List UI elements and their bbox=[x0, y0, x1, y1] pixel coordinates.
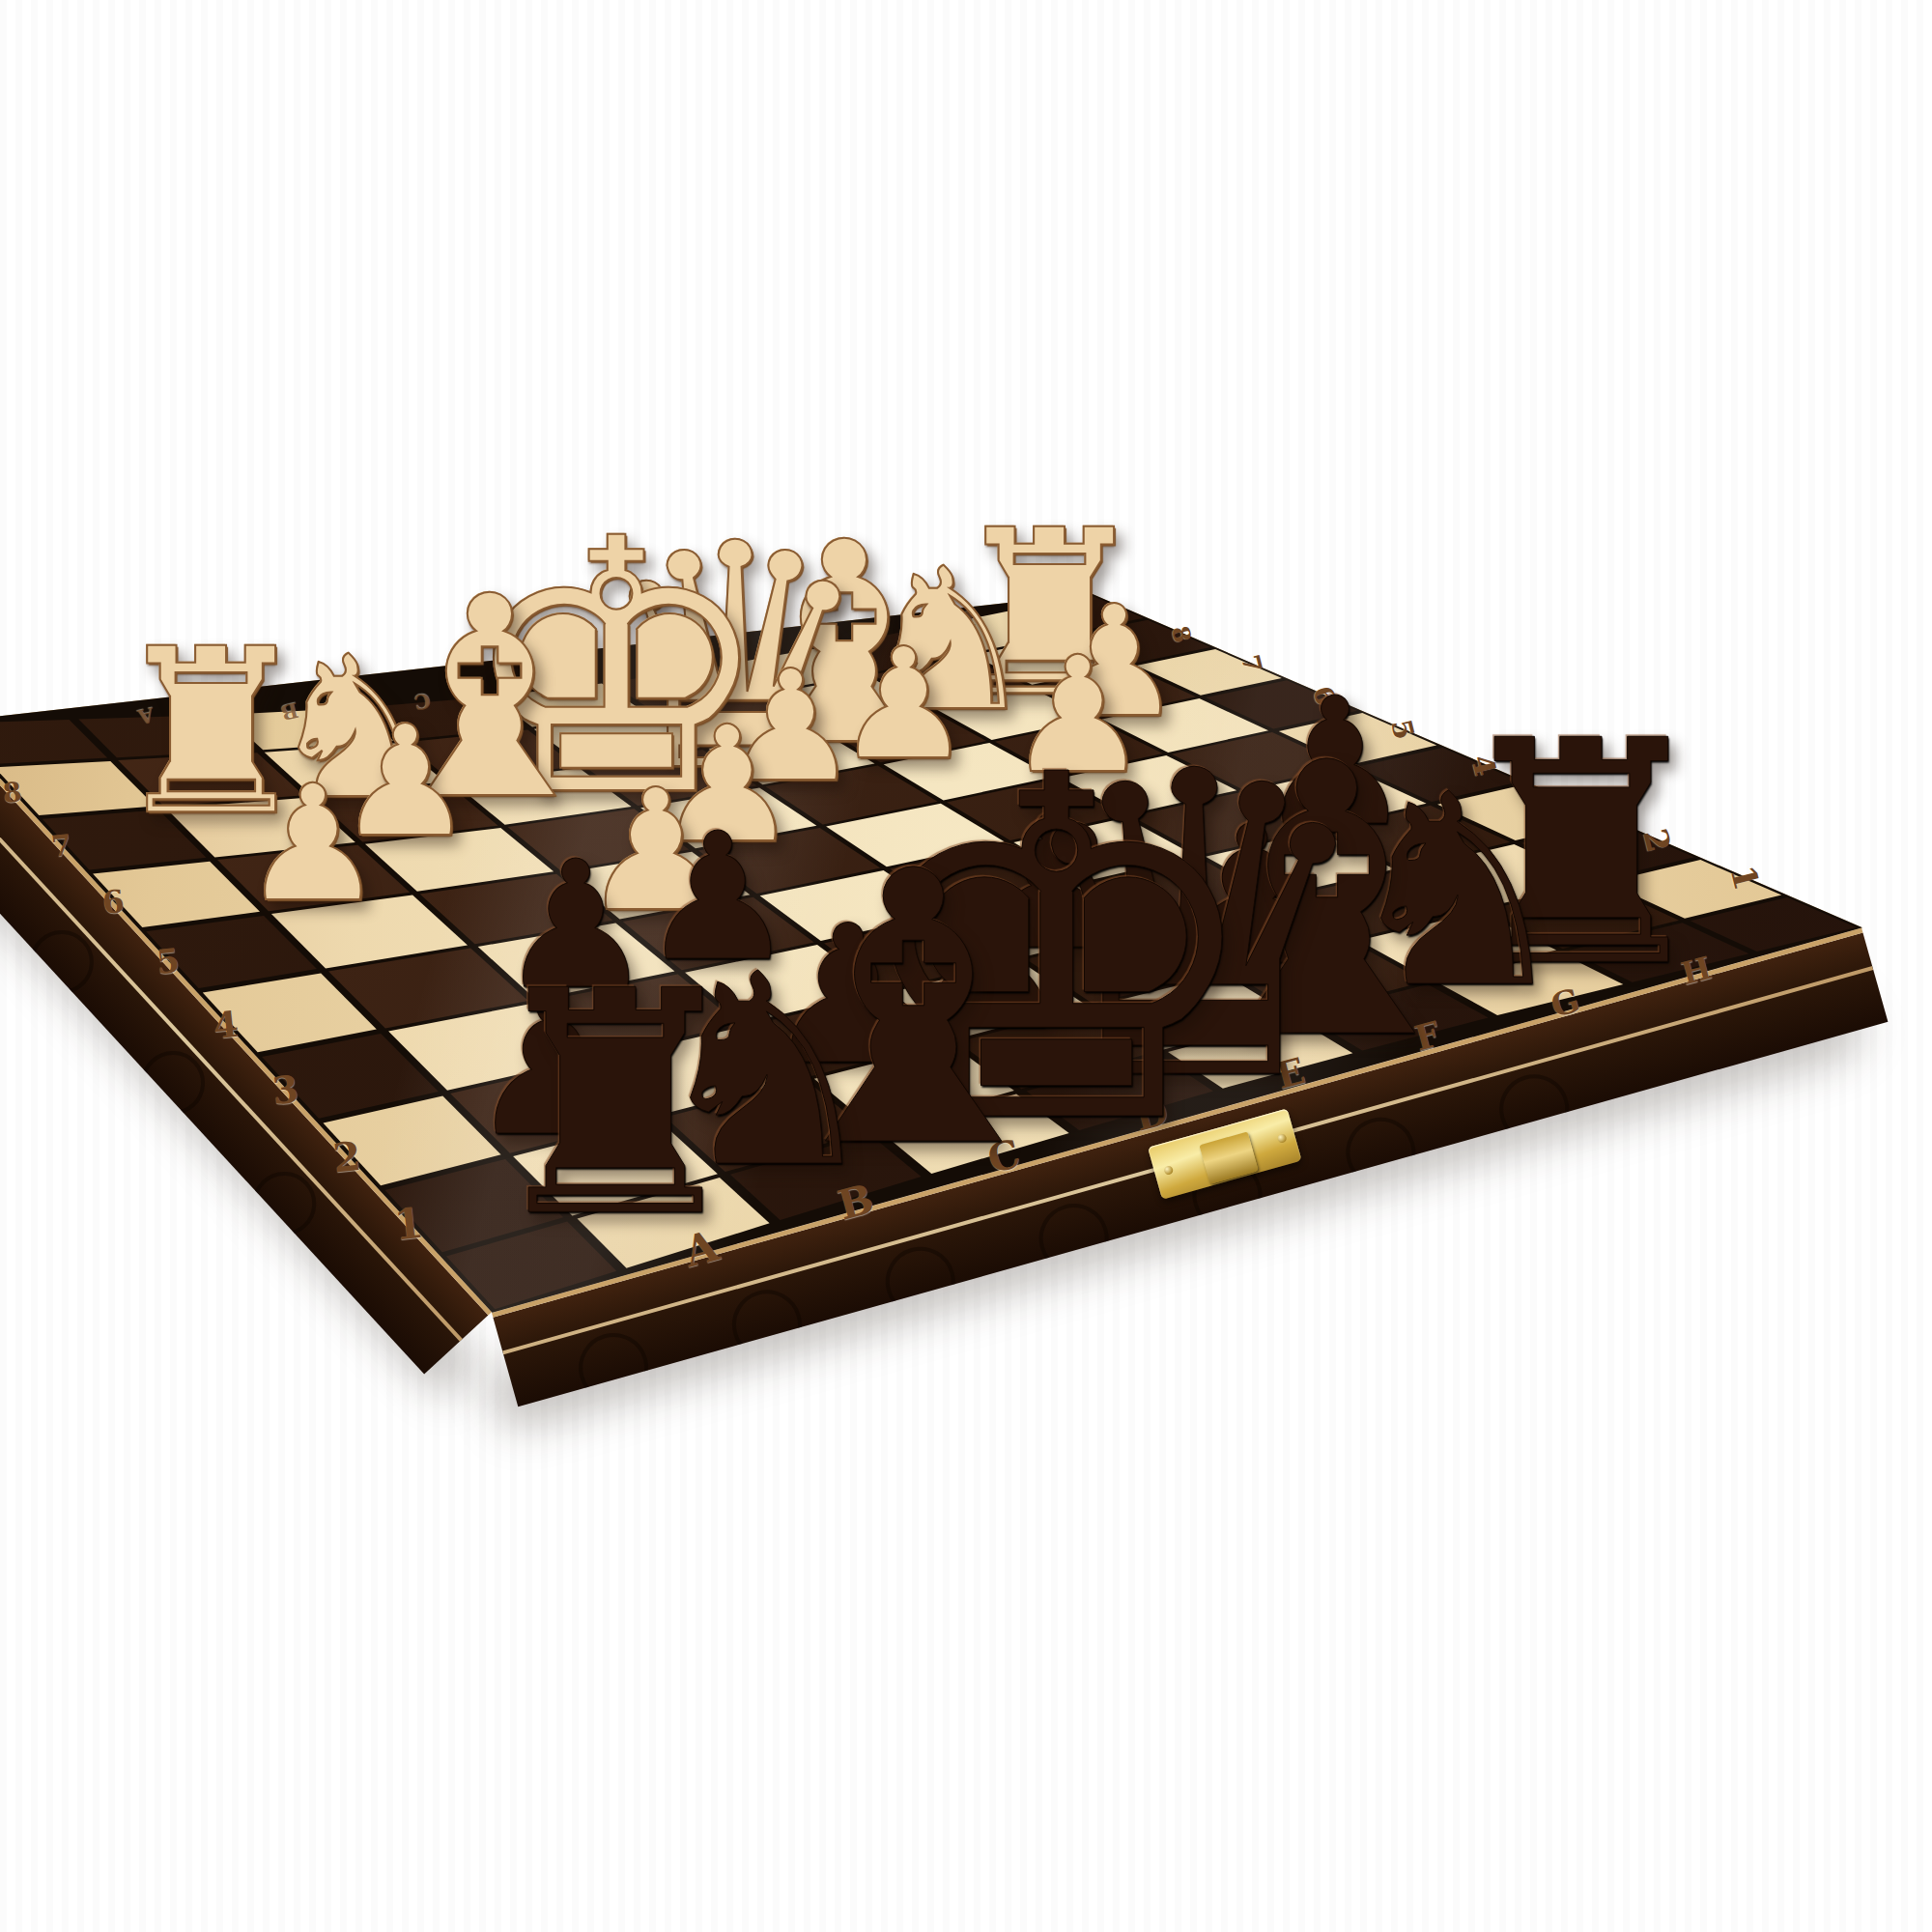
piece-white-pawn-a6[interactable]: ♟ bbox=[209, 764, 417, 924]
chess-pieces: ♜♞♝♚♛♝♞♜♟♟♟♟♟♟♟♟♜♞♝♚♛♝♞♜♟♟♟♟♟♟♟♟ bbox=[0, 0, 1932, 1932]
piece-black-rook-a1[interactable]: ♜ bbox=[415, 951, 815, 1259]
chess-photo-scene: 8765432187654321ABCDEFGHABCDEFGH ♜♞♝♚♛♝♞… bbox=[0, 0, 1932, 1932]
